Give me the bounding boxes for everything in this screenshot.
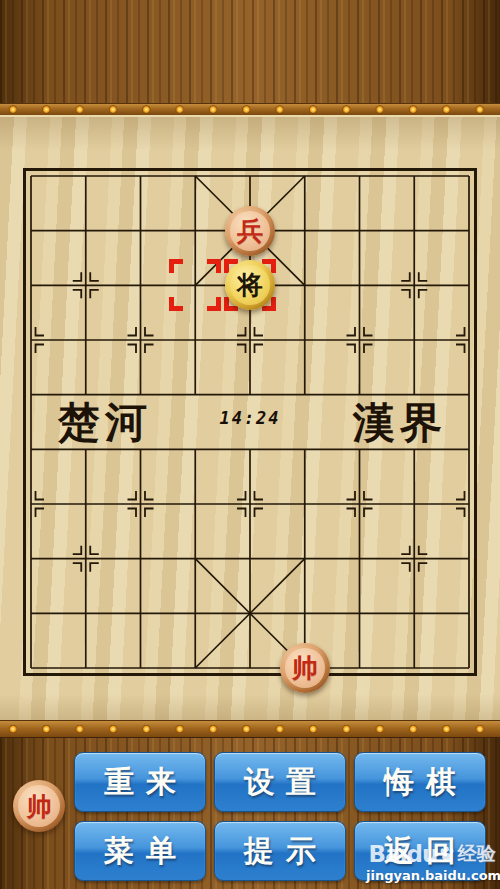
player-avatar-piece: 帅 [13, 780, 65, 832]
last-move-highlight [169, 259, 221, 311]
menu-button[interactable]: 菜单 [74, 821, 206, 881]
piece-black-general[interactable]: 将 [225, 260, 275, 310]
piece-red-soldier[interactable]: 兵 [225, 206, 275, 256]
piece-red-general[interactable]: 帅 [280, 643, 330, 693]
undo-button[interactable]: 悔棋 [354, 752, 486, 812]
bottom-stud-rail [0, 720, 500, 738]
app-screen: 楚河 14:24 漢界 兵将帅 帅 重来 设置 悔棋 菜单 提示 返回 Baid… [0, 0, 500, 889]
avatar-piece-char: 帅 [18, 785, 60, 827]
toolbar: 重来 设置 悔棋 菜单 提示 返回 [74, 752, 486, 881]
restart-button[interactable]: 重来 [74, 752, 206, 812]
hint-button[interactable]: 提示 [214, 821, 346, 881]
settings-button[interactable]: 设置 [214, 752, 346, 812]
back-button[interactable]: 返回 [354, 821, 486, 881]
